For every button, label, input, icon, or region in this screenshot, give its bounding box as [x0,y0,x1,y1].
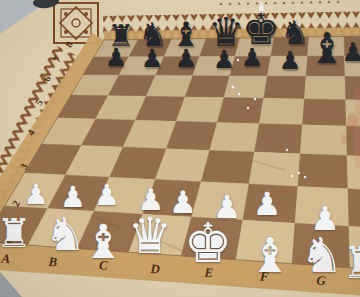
piece-white-rook[interactable]: ♜ [0,213,34,253]
piece-black-pawn[interactable]: ♟ [104,45,129,70]
piece-black-pawn[interactable]: ♟ [174,46,199,71]
piece-white-rook[interactable]: ♜ [340,241,360,285]
piece-layer: ♜♞♝♛♚♞♟♟♟♟♟♟♝♟♟♟♟♟♟♟♟♟♜♞♝♛♚♝♞♜ [0,0,360,297]
piece-white-pawn[interactable]: ♟ [22,181,50,209]
piece-black-pawn[interactable]: ♟ [212,47,237,72]
piece-white-pawn[interactable]: ♟ [93,181,122,210]
piece-white-king[interactable]: ♚ [181,217,235,271]
piece-white-bishop[interactable]: ♝ [246,231,294,279]
piece-white-pawn[interactable]: ♟ [251,188,283,220]
piece-white-bishop[interactable]: ♝ [80,218,127,265]
piece-white-queen[interactable]: ♛ [125,211,175,261]
piece-white-knight[interactable]: ♞ [298,231,346,279]
piece-black-pawn[interactable]: ♟ [278,48,303,73]
chess-photo-scene: ABCDEFG12345678ABCDEFGH ♜♞♝♛♚♞♟♟♟♟♟♟♝♟♟♟… [0,0,360,297]
piece-black-pawn[interactable]: ♟ [140,46,165,71]
piece-black-pawn[interactable]: ♟ [240,45,265,70]
piece-black-pawn[interactable]: ♟ [340,39,360,65]
